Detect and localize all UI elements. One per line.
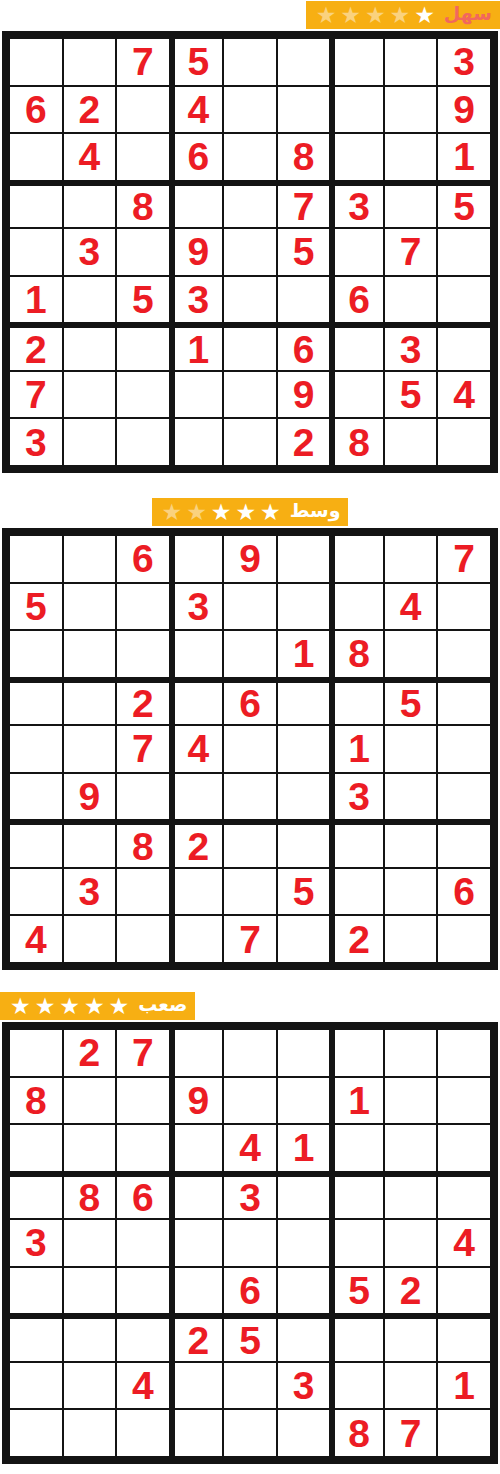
cell-r2c7[interactable] (330, 583, 384, 631)
cell-r1c6[interactable] (277, 535, 331, 583)
cell-r9c8[interactable] (384, 915, 438, 963)
cell-r8c8[interactable]: 5 (384, 371, 438, 419)
cell-r3c6[interactable]: 8 (277, 133, 331, 181)
cell-r5c1[interactable] (9, 228, 63, 276)
cell-r5c2[interactable] (63, 725, 117, 773)
cell-r1c8[interactable] (384, 38, 438, 86)
cell-r1c9[interactable]: 7 (437, 535, 491, 583)
cell-r7c1[interactable] (9, 1314, 63, 1362)
cell-r1c8[interactable] (384, 535, 438, 583)
cell-r3c5[interactable] (223, 133, 277, 181)
cell-r3c1[interactable] (9, 133, 63, 181)
cell-r9c3[interactable] (116, 418, 170, 466)
cell-r6c5[interactable] (223, 276, 277, 324)
cell-r1c3[interactable]: 7 (116, 1029, 170, 1077)
cell-r5c3[interactable]: 7 (116, 725, 170, 773)
cell-r1c9[interactable] (437, 1029, 491, 1077)
cell-r9c2[interactable] (63, 418, 117, 466)
cell-r7c9[interactable] (437, 323, 491, 371)
cell-r3c1[interactable] (9, 630, 63, 678)
cell-r7c9[interactable] (437, 1314, 491, 1362)
star-filled-icon: ★ (35, 995, 56, 1018)
cell-r1c2[interactable] (63, 535, 117, 583)
cell-r3c3[interactable] (116, 630, 170, 678)
cell-r7c9[interactable] (437, 820, 491, 868)
cell-r4c6[interactable]: 7 (277, 181, 331, 229)
cell-r6c5[interactable]: 6 (223, 1267, 277, 1315)
star-filled-icon: ★ (235, 501, 256, 524)
cell-r4c2[interactable]: 8 (63, 1172, 117, 1220)
cell-r8c9[interactable]: 1 (437, 1362, 491, 1410)
cell-r3c7[interactable] (330, 1124, 384, 1172)
cell-r5c8[interactable]: 7 (384, 228, 438, 276)
cell-r6c7[interactable]: 5 (330, 1267, 384, 1315)
cell-r3c8[interactable] (384, 630, 438, 678)
cell-r1c3[interactable]: 7 (116, 38, 170, 86)
cell-r9c2[interactable] (63, 1409, 117, 1457)
cell-r8c1[interactable] (9, 868, 63, 916)
star-filled-icon: ★ (414, 4, 435, 27)
cell-r4c6[interactable] (277, 678, 331, 726)
difficulty-label-easy: سهل (444, 4, 492, 26)
cell-r7c3[interactable]: 8 (116, 820, 170, 868)
cell-r3c2[interactable] (63, 630, 117, 678)
cell-r5c3[interactable] (116, 1219, 170, 1267)
star-filled-icon: ★ (109, 995, 130, 1018)
cell-r5c8[interactable] (384, 1219, 438, 1267)
cell-r7c2[interactable] (63, 1314, 117, 1362)
cell-r5c9[interactable]: 4 (437, 1219, 491, 1267)
cell-r5c7[interactable]: 1 (330, 725, 384, 773)
cell-r2c6[interactable] (277, 583, 331, 631)
cell-r4c3[interactable]: 6 (116, 1172, 170, 1220)
cell-r2c3[interactable] (116, 1077, 170, 1125)
cell-r4c7[interactable] (330, 678, 384, 726)
cell-r9c1[interactable]: 4 (9, 915, 63, 963)
cell-r8c4[interactable] (170, 371, 224, 419)
cell-r7c4[interactable]: 1 (170, 323, 224, 371)
cell-r4c5[interactable]: 6 (223, 678, 277, 726)
cell-r4c3[interactable]: 8 (116, 181, 170, 229)
puzzle-section-hard: ★★★★★ صعب 2789141863346522543187 (0, 992, 500, 1464)
cell-r4c7[interactable] (330, 1172, 384, 1220)
puzzle-section-medium: ★★★★★ وسط 697534182657419382356472 (0, 498, 500, 970)
cell-r8c8[interactable] (384, 868, 438, 916)
cell-r3c9[interactable] (437, 1124, 491, 1172)
cell-r3c4[interactable] (170, 1124, 224, 1172)
cell-r6c4[interactable] (170, 1267, 224, 1315)
cell-r8c4[interactable] (170, 1362, 224, 1410)
star-rating-hard: ★★★★★ (10, 995, 129, 1018)
cell-r6c9[interactable] (437, 1267, 491, 1315)
cell-r7c2[interactable] (63, 323, 117, 371)
cell-r5c3[interactable] (116, 228, 170, 276)
cell-r4c2[interactable] (63, 678, 117, 726)
cell-r6c3[interactable] (116, 773, 170, 821)
cell-r4c8[interactable] (384, 181, 438, 229)
cell-r2c7[interactable]: 1 (330, 1077, 384, 1125)
cell-r1c9[interactable]: 3 (437, 38, 491, 86)
cell-r7c6[interactable] (277, 1314, 331, 1362)
cell-r1c6[interactable] (277, 1029, 331, 1077)
cell-r6c6[interactable] (277, 773, 331, 821)
cell-r7c4[interactable]: 2 (170, 820, 224, 868)
cell-r9c7[interactable]: 8 (330, 1409, 384, 1457)
cell-r2c8[interactable]: 4 (384, 583, 438, 631)
difficulty-banner-hard: ★★★★★ صعب (0, 992, 195, 1020)
star-rating-easy: ★★★★★ (316, 4, 435, 27)
cell-r2c3[interactable] (116, 583, 170, 631)
cell-r1c8[interactable] (384, 1029, 438, 1077)
cell-r3c5[interactable]: 4 (223, 1124, 277, 1172)
cell-r3c8[interactable] (384, 133, 438, 181)
cell-r8c4[interactable] (170, 868, 224, 916)
cell-r5c6[interactable] (277, 725, 331, 773)
star-empty-icon: ★ (365, 4, 386, 27)
cell-r3c9[interactable] (437, 630, 491, 678)
cell-r4c8[interactable]: 5 (384, 678, 438, 726)
star-empty-icon: ★ (316, 4, 337, 27)
cell-r3c3[interactable] (116, 1124, 170, 1172)
cell-r2c5[interactable] (223, 86, 277, 134)
cell-r7c2[interactable] (63, 820, 117, 868)
cell-r2c2[interactable] (63, 1077, 117, 1125)
cell-r8c3[interactable] (116, 371, 170, 419)
cell-r1c2[interactable]: 2 (63, 1029, 117, 1077)
cell-r7c8[interactable] (384, 820, 438, 868)
cell-r7c7[interactable] (330, 323, 384, 371)
cell-r3c4[interactable] (170, 630, 224, 678)
cell-r7c6[interactable]: 6 (277, 323, 331, 371)
cell-r5c4[interactable]: 9 (170, 228, 224, 276)
sudoku-grid-medium: 697534182657419382356472 (2, 528, 498, 970)
cell-r2c1[interactable]: 5 (9, 583, 63, 631)
cell-r8c9[interactable]: 6 (437, 868, 491, 916)
difficulty-banner-easy: ★★★★★ سهل (306, 1, 500, 29)
cell-r7c3[interactable] (116, 1314, 170, 1362)
cell-r6c4[interactable] (170, 773, 224, 821)
cell-r5c5[interactable] (223, 228, 277, 276)
cell-r2c1[interactable]: 8 (9, 1077, 63, 1125)
cell-r7c1[interactable]: 2 (9, 323, 63, 371)
cell-r2c5[interactable] (223, 583, 277, 631)
cell-r1c6[interactable] (277, 38, 331, 86)
cell-r1c7[interactable] (330, 535, 384, 583)
cell-r1c1[interactable] (9, 1029, 63, 1077)
cell-r4c7[interactable]: 3 (330, 181, 384, 229)
cell-r9c5[interactable] (223, 418, 277, 466)
cell-r9c5[interactable]: 7 (223, 915, 277, 963)
cell-r1c5[interactable] (223, 1029, 277, 1077)
cell-r1c4[interactable]: 5 (170, 38, 224, 86)
cell-r6c7[interactable]: 6 (330, 276, 384, 324)
cell-r6c4[interactable]: 3 (170, 276, 224, 324)
cell-r2c4[interactable]: 9 (170, 1077, 224, 1125)
cell-r4c4[interactable] (170, 678, 224, 726)
cell-r6c7[interactable]: 3 (330, 773, 384, 821)
cell-r9c4[interactable] (170, 915, 224, 963)
cell-r8c3[interactable]: 4 (116, 1362, 170, 1410)
cell-r4c4[interactable] (170, 181, 224, 229)
cell-r7c7[interactable] (330, 1314, 384, 1362)
cell-r1c3[interactable]: 6 (116, 535, 170, 583)
cell-r2c9[interactable]: 9 (437, 86, 491, 134)
cell-r9c4[interactable] (170, 1409, 224, 1457)
cell-r5c2[interactable]: 3 (63, 228, 117, 276)
cell-r6c8[interactable]: 2 (384, 1267, 438, 1315)
cell-r1c5[interactable]: 9 (223, 535, 277, 583)
cell-r4c1[interactable] (9, 181, 63, 229)
cell-r3c1[interactable] (9, 1124, 63, 1172)
cell-r8c7[interactable] (330, 1362, 384, 1410)
cell-r1c1[interactable] (9, 38, 63, 86)
cell-r8c1[interactable] (9, 1362, 63, 1410)
cell-r2c1[interactable]: 6 (9, 86, 63, 134)
cell-r5c4[interactable]: 4 (170, 725, 224, 773)
cell-r9c3[interactable] (116, 1409, 170, 1457)
cell-r5c8[interactable] (384, 725, 438, 773)
cell-r9c1[interactable] (9, 1409, 63, 1457)
sudoku-page: ★★★★★ سهل 753624946818735395715362163795… (0, 0, 500, 1464)
cell-r4c5[interactable] (223, 181, 277, 229)
cell-r7c5[interactable] (223, 820, 277, 868)
cell-r9c6[interactable] (277, 1409, 331, 1457)
cell-r4c9[interactable] (437, 1172, 491, 1220)
cell-r8c5[interactable] (223, 868, 277, 916)
star-filled-icon: ★ (10, 995, 31, 1018)
cell-r7c3[interactable] (116, 323, 170, 371)
cell-r5c5[interactable] (223, 1219, 277, 1267)
star-filled-icon: ★ (211, 501, 232, 524)
cell-r8c3[interactable] (116, 868, 170, 916)
cell-r5c7[interactable] (330, 1219, 384, 1267)
cell-r9c4[interactable] (170, 418, 224, 466)
cell-r7c4[interactable]: 2 (170, 1314, 224, 1362)
cell-r4c8[interactable] (384, 1172, 438, 1220)
cell-r2c6[interactable] (277, 1077, 331, 1125)
sudoku-grid-hard: 2789141863346522543187 (2, 1022, 498, 1464)
star-empty-icon: ★ (390, 4, 411, 27)
cell-r2c2[interactable]: 2 (63, 86, 117, 134)
cell-r3c3[interactable] (116, 133, 170, 181)
cell-r3c9[interactable]: 1 (437, 133, 491, 181)
cell-r4c6[interactable] (277, 1172, 331, 1220)
cell-r3c6[interactable]: 1 (277, 630, 331, 678)
cell-r9c6[interactable] (277, 915, 331, 963)
cell-r9c6[interactable]: 2 (277, 418, 331, 466)
cell-r6c8[interactable] (384, 276, 438, 324)
star-filled-icon: ★ (260, 501, 281, 524)
cell-r8c7[interactable] (330, 868, 384, 916)
cell-r4c1[interactable] (9, 1172, 63, 1220)
cell-r7c5[interactable] (223, 323, 277, 371)
puzzle-section-easy: ★★★★★ سهل 753624946818735395715362163795… (0, 0, 500, 473)
cell-r6c2[interactable] (63, 1267, 117, 1315)
cell-r7c5[interactable]: 5 (223, 1314, 277, 1362)
cell-r9c9[interactable] (437, 915, 491, 963)
cell-r5c1[interactable]: 3 (9, 1219, 63, 1267)
cell-r5c2[interactable] (63, 1219, 117, 1267)
cell-r5c1[interactable] (9, 725, 63, 773)
cell-r6c6[interactable] (277, 276, 331, 324)
cell-r2c4[interactable]: 4 (170, 86, 224, 134)
star-filled-icon: ★ (59, 995, 80, 1018)
cell-r9c7[interactable]: 2 (330, 915, 384, 963)
cell-r3c6[interactable]: 1 (277, 1124, 331, 1172)
cell-r8c6[interactable]: 9 (277, 371, 331, 419)
cell-r2c9[interactable] (437, 583, 491, 631)
cell-r6c3[interactable] (116, 1267, 170, 1315)
cell-r9c5[interactable] (223, 1409, 277, 1457)
cell-r4c3[interactable]: 2 (116, 678, 170, 726)
cell-r8c2[interactable] (63, 371, 117, 419)
cell-r6c2[interactable] (63, 276, 117, 324)
cell-r5c4[interactable] (170, 1219, 224, 1267)
cell-r5c6[interactable]: 5 (277, 228, 331, 276)
cell-r8c6[interactable]: 3 (277, 1362, 331, 1410)
banner-row-easy: ★★★★★ سهل (0, 1, 500, 29)
cell-r5c9[interactable] (437, 228, 491, 276)
star-rating-medium: ★★★★★ (162, 501, 281, 524)
cell-r6c6[interactable] (277, 1267, 331, 1315)
star-empty-icon: ★ (186, 501, 207, 524)
cell-r4c1[interactable] (9, 678, 63, 726)
cell-r7c1[interactable] (9, 820, 63, 868)
cell-r4c9[interactable] (437, 678, 491, 726)
difficulty-label-hard: صعب (138, 995, 187, 1017)
cell-r3c7[interactable]: 8 (330, 630, 384, 678)
cell-r9c8[interactable]: 7 (384, 1409, 438, 1457)
cell-r9c9[interactable] (437, 418, 491, 466)
star-filled-icon: ★ (84, 995, 105, 1018)
sudoku-grid-easy: 7536249468187353957153621637954328 (2, 31, 498, 473)
cell-r2c7[interactable] (330, 86, 384, 134)
star-empty-icon: ★ (340, 4, 361, 27)
cell-r4c9[interactable]: 5 (437, 181, 491, 229)
banner-row-hard: ★★★★★ صعب (0, 992, 500, 1020)
cell-r4c5[interactable]: 3 (223, 1172, 277, 1220)
cell-r6c9[interactable] (437, 773, 491, 821)
cell-r9c1[interactable]: 3 (9, 418, 63, 466)
cell-r3c2[interactable] (63, 1124, 117, 1172)
cell-r9c8[interactable] (384, 418, 438, 466)
cell-r4c2[interactable] (63, 181, 117, 229)
cell-r9c9[interactable] (437, 1409, 491, 1457)
cell-r5c5[interactable] (223, 725, 277, 773)
cell-r2c6[interactable] (277, 86, 331, 134)
difficulty-banner-medium: ★★★★★ وسط (152, 498, 349, 526)
difficulty-label-medium: وسط (290, 501, 341, 523)
cell-r3c2[interactable]: 4 (63, 133, 117, 181)
cell-r9c7[interactable]: 8 (330, 418, 384, 466)
cell-r1c4[interactable] (170, 1029, 224, 1077)
cell-r6c9[interactable] (437, 276, 491, 324)
banner-row-medium: ★★★★★ وسط (0, 498, 500, 526)
cell-r7c6[interactable] (277, 820, 331, 868)
cell-r1c1[interactable] (9, 535, 63, 583)
cell-r8c5[interactable] (223, 1362, 277, 1410)
cell-r2c8[interactable] (384, 86, 438, 134)
cell-r8c9[interactable]: 4 (437, 371, 491, 419)
cell-r6c8[interactable] (384, 773, 438, 821)
cell-r8c6[interactable]: 5 (277, 868, 331, 916)
cell-r2c8[interactable] (384, 1077, 438, 1125)
cell-r5c6[interactable] (277, 1219, 331, 1267)
cell-r9c3[interactable] (116, 915, 170, 963)
cell-r6c5[interactable] (223, 773, 277, 821)
cell-r1c4[interactable] (170, 535, 224, 583)
cell-r7c7[interactable] (330, 820, 384, 868)
cell-r7c8[interactable] (384, 1314, 438, 1362)
cell-r6c2[interactable]: 9 (63, 773, 117, 821)
cell-r6c1[interactable]: 1 (9, 276, 63, 324)
cell-r7c8[interactable]: 3 (384, 323, 438, 371)
cell-r3c7[interactable] (330, 133, 384, 181)
cell-r8c5[interactable] (223, 371, 277, 419)
cell-r2c4[interactable]: 3 (170, 583, 224, 631)
cell-r1c2[interactable] (63, 38, 117, 86)
cell-r5c9[interactable] (437, 725, 491, 773)
cell-r1c5[interactable] (223, 38, 277, 86)
cell-r2c5[interactable] (223, 1077, 277, 1125)
cell-r1c7[interactable] (330, 38, 384, 86)
cell-r8c1[interactable]: 7 (9, 371, 63, 419)
cell-r4c4[interactable] (170, 1172, 224, 1220)
cell-r8c2[interactable]: 3 (63, 868, 117, 916)
cell-r6c3[interactable]: 5 (116, 276, 170, 324)
cell-r1c7[interactable] (330, 1029, 384, 1077)
cell-r2c2[interactable] (63, 583, 117, 631)
cell-r9c2[interactable] (63, 915, 117, 963)
cell-r8c8[interactable] (384, 1362, 438, 1410)
cell-r5c7[interactable] (330, 228, 384, 276)
cell-r3c5[interactable] (223, 630, 277, 678)
cell-r6c1[interactable] (9, 773, 63, 821)
cell-r3c8[interactable] (384, 1124, 438, 1172)
cell-r2c3[interactable] (116, 86, 170, 134)
cell-r6c1[interactable] (9, 1267, 63, 1315)
cell-r3c4[interactable]: 6 (170, 133, 224, 181)
cell-r8c2[interactable] (63, 1362, 117, 1410)
cell-r8c7[interactable] (330, 371, 384, 419)
star-empty-icon: ★ (162, 501, 183, 524)
cell-r2c9[interactable] (437, 1077, 491, 1125)
